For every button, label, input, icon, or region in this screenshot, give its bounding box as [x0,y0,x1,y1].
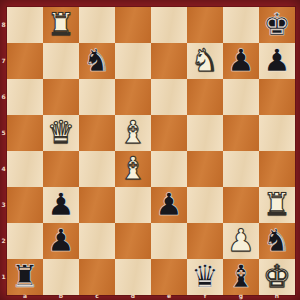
square-f1[interactable]: ♛ [187,259,223,295]
piece-white-queen-b5[interactable]: ♛ [47,117,75,148]
square-g7[interactable]: ♟ [223,43,259,79]
piece-white-rook-h3[interactable]: ♜ [263,189,291,220]
piece-white-bishop-d5[interactable]: ♝ [119,117,147,148]
square-h4[interactable] [259,151,295,187]
rank-label-3: 3 [0,202,7,208]
file-label-f: f [187,293,223,299]
piece-white-knight-f7[interactable]: ♞ [191,45,219,76]
square-e7[interactable] [151,43,187,79]
rank-label-8: 8 [0,22,7,28]
square-e8[interactable] [151,7,187,43]
square-g3[interactable] [223,187,259,223]
square-a5[interactable] [7,115,43,151]
square-e6[interactable] [151,79,187,115]
square-b8[interactable]: ♜ [43,7,79,43]
square-d2[interactable] [115,223,151,259]
square-f2[interactable] [187,223,223,259]
square-d7[interactable] [115,43,151,79]
square-h8[interactable]: ♚ [259,7,295,43]
chess-board-diagram: ♜♚♞♞♟♟♛♝♝♟♟♜♟♟♞♜♛♝♚ 87654321abcdefgh [0,0,300,300]
square-c6[interactable] [79,79,115,115]
piece-black-knight-c7[interactable]: ♞ [83,45,111,76]
rank-label-4: 4 [0,166,7,172]
square-b5[interactable]: ♛ [43,115,79,151]
file-label-c: c [79,293,115,299]
square-d4[interactable]: ♝ [115,151,151,187]
square-d5[interactable]: ♝ [115,115,151,151]
square-f7[interactable]: ♞ [187,43,223,79]
square-h1[interactable]: ♚ [259,259,295,295]
piece-white-pawn-g2[interactable]: ♟ [227,225,255,256]
square-a8[interactable] [7,7,43,43]
square-e3[interactable]: ♟ [151,187,187,223]
file-label-b: b [43,293,79,299]
rank-label-7: 7 [0,58,7,64]
square-h7[interactable]: ♟ [259,43,295,79]
square-a7[interactable] [7,43,43,79]
piece-black-rook-a1[interactable]: ♜ [11,261,39,292]
square-b7[interactable] [43,43,79,79]
square-f5[interactable] [187,115,223,151]
piece-white-king-h1[interactable]: ♚ [263,261,291,292]
piece-black-pawn-b3[interactable]: ♟ [47,189,75,220]
file-label-e: e [151,293,187,299]
file-label-a: a [7,293,43,299]
square-g6[interactable] [223,79,259,115]
square-g8[interactable] [223,7,259,43]
square-e5[interactable] [151,115,187,151]
square-h6[interactable] [259,79,295,115]
square-b6[interactable] [43,79,79,115]
square-d6[interactable] [115,79,151,115]
chess-board[interactable]: ♜♚♞♞♟♟♛♝♝♟♟♜♟♟♞♜♛♝♚ [7,7,295,295]
square-e2[interactable] [151,223,187,259]
file-label-d: d [115,293,151,299]
square-e1[interactable] [151,259,187,295]
square-d3[interactable] [115,187,151,223]
square-h5[interactable] [259,115,295,151]
piece-white-bishop-d4[interactable]: ♝ [119,153,147,184]
square-b3[interactable]: ♟ [43,187,79,223]
square-c3[interactable] [79,187,115,223]
rank-label-1: 1 [0,274,7,280]
piece-black-pawn-g7[interactable]: ♟ [227,45,255,76]
square-f8[interactable] [187,7,223,43]
piece-black-queen-f1[interactable]: ♛ [191,261,219,292]
square-f3[interactable] [187,187,223,223]
rank-label-6: 6 [0,94,7,100]
square-a2[interactable] [7,223,43,259]
square-a3[interactable] [7,187,43,223]
square-c8[interactable] [79,7,115,43]
square-e4[interactable] [151,151,187,187]
square-b2[interactable]: ♟ [43,223,79,259]
piece-white-rook-b8[interactable]: ♜ [47,9,75,40]
piece-black-pawn-h7[interactable]: ♟ [263,45,291,76]
piece-black-pawn-b2[interactable]: ♟ [47,225,75,256]
rank-label-5: 5 [0,130,7,136]
file-label-h: h [259,293,295,299]
square-c4[interactable] [79,151,115,187]
square-g4[interactable] [223,151,259,187]
square-a1[interactable]: ♜ [7,259,43,295]
square-a6[interactable] [7,79,43,115]
file-label-g: g [223,293,259,299]
square-g5[interactable] [223,115,259,151]
piece-black-bishop-g1[interactable]: ♝ [227,261,255,292]
square-c1[interactable] [79,259,115,295]
square-f4[interactable] [187,151,223,187]
square-d1[interactable] [115,259,151,295]
square-c5[interactable] [79,115,115,151]
square-a4[interactable] [7,151,43,187]
piece-black-king-h8[interactable]: ♚ [263,9,291,40]
square-c2[interactable] [79,223,115,259]
square-h2[interactable]: ♞ [259,223,295,259]
square-h3[interactable]: ♜ [259,187,295,223]
square-d8[interactable] [115,7,151,43]
piece-black-pawn-e3[interactable]: ♟ [155,189,183,220]
square-g1[interactable]: ♝ [223,259,259,295]
square-c7[interactable]: ♞ [79,43,115,79]
square-f6[interactable] [187,79,223,115]
piece-black-knight-h2[interactable]: ♞ [263,225,291,256]
square-b4[interactable] [43,151,79,187]
rank-label-2: 2 [0,238,7,244]
square-g2[interactable]: ♟ [223,223,259,259]
square-b1[interactable] [43,259,79,295]
